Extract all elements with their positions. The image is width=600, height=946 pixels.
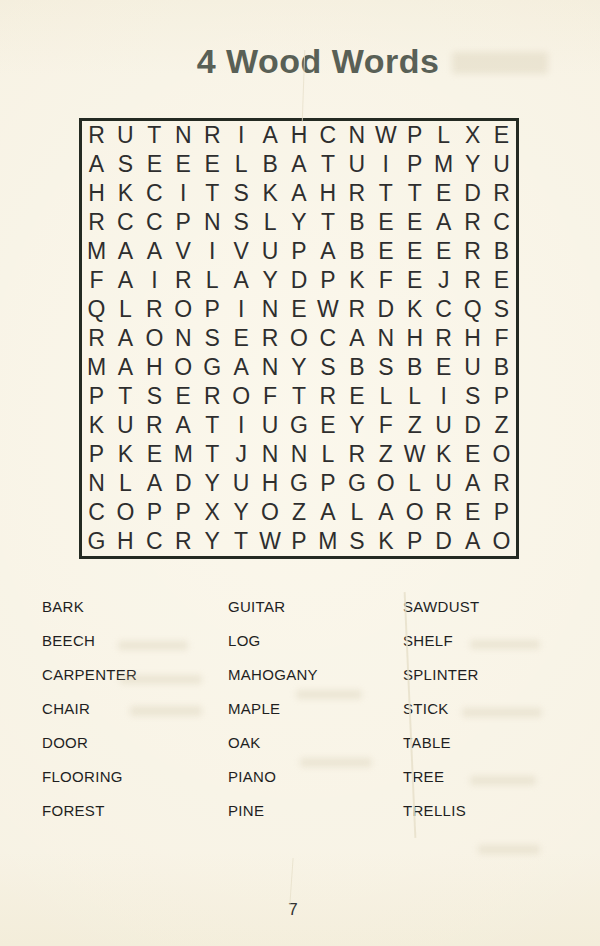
grid-cell[interactable]: Y	[256, 266, 285, 295]
grid-cell[interactable]: D	[371, 295, 400, 324]
grid-cell[interactable]: W	[256, 527, 285, 556]
grid-cell[interactable]: Z	[487, 411, 516, 440]
grid-cell[interactable]: L	[400, 469, 429, 498]
grid-cell[interactable]: E	[313, 411, 342, 440]
grid-cell[interactable]: O	[227, 382, 256, 411]
grid-cell[interactable]: S	[458, 382, 487, 411]
grid-cell[interactable]: T	[198, 411, 227, 440]
grid-cell[interactable]: C	[313, 121, 342, 150]
grid-cell[interactable]: M	[313, 527, 342, 556]
grid-cell[interactable]: T	[285, 382, 314, 411]
grid-cell[interactable]: S	[342, 527, 371, 556]
grid-cell[interactable]: O	[169, 353, 198, 382]
grid-cell[interactable]: E	[429, 179, 458, 208]
word-item: CHAIR	[42, 692, 137, 726]
grid-cell[interactable]: C	[140, 208, 169, 237]
grid-cell[interactable]: P	[198, 295, 227, 324]
grid-cell[interactable]: I	[227, 121, 256, 150]
grid-cell[interactable]: K	[342, 266, 371, 295]
grid-cell[interactable]: Y	[458, 150, 487, 179]
grid-cell[interactable]: P	[487, 498, 516, 527]
grid-cell[interactable]: C	[140, 179, 169, 208]
grid-cell[interactable]: S	[487, 295, 516, 324]
word-item: TREE	[403, 760, 480, 794]
grid-cell[interactable]: R	[458, 266, 487, 295]
grid-cell[interactable]: Y	[285, 208, 314, 237]
grid-cell[interactable]: G	[198, 353, 227, 382]
grid-cell[interactable]: R	[429, 324, 458, 353]
grid-cell[interactable]: E	[342, 382, 371, 411]
grid-cell[interactable]: R	[313, 382, 342, 411]
grid-cell[interactable]: Y	[198, 469, 227, 498]
word-list: BARKBEECHCARPENTERCHAIRDOORFLOORINGFORES…	[0, 590, 600, 838]
grid-cell[interactable]: A	[458, 527, 487, 556]
grid-cell[interactable]: P	[140, 498, 169, 527]
grid-cell[interactable]: E	[400, 266, 429, 295]
grid-cell[interactable]: O	[487, 440, 516, 469]
grid-cell[interactable]: V	[227, 237, 256, 266]
grid-cell[interactable]: R	[198, 382, 227, 411]
grid-cell[interactable]: Q	[458, 295, 487, 324]
grid-cell[interactable]: O	[400, 498, 429, 527]
grid-cell[interactable]: A	[140, 469, 169, 498]
grid-cell[interactable]: A	[140, 237, 169, 266]
grid-cell[interactable]: P	[169, 208, 198, 237]
grid-cell[interactable]: O	[140, 324, 169, 353]
grid-cell[interactable]: P	[82, 382, 111, 411]
grid-cell[interactable]: R	[82, 121, 111, 150]
grid-cell[interactable]: W	[313, 295, 342, 324]
word-item: DOOR	[42, 726, 137, 760]
grid-cell[interactable]: A	[111, 266, 140, 295]
grid-cell[interactable]: R	[342, 440, 371, 469]
grid-cell[interactable]: T	[198, 440, 227, 469]
grid-cell[interactable]: R	[429, 498, 458, 527]
grid-cell[interactable]: E	[169, 382, 198, 411]
grid-cell[interactable]: Q	[82, 295, 111, 324]
grid-cell[interactable]: K	[256, 179, 285, 208]
word-item: FLOORING	[42, 760, 137, 794]
grid-cell[interactable]: Y	[285, 353, 314, 382]
grid-cell[interactable]: E	[371, 237, 400, 266]
grid-cell[interactable]: B	[487, 237, 516, 266]
grid-cell[interactable]: H	[140, 353, 169, 382]
grid-cell[interactable]: C	[111, 208, 140, 237]
grid-cell[interactable]: T	[227, 527, 256, 556]
grid-cell[interactable]: S	[140, 382, 169, 411]
showthrough-smudge	[478, 845, 540, 854]
grid-cell[interactable]: D	[285, 266, 314, 295]
grid-cell[interactable]: S	[198, 324, 227, 353]
word-item: OAK	[228, 726, 318, 760]
grid-cell[interactable]: X	[458, 121, 487, 150]
grid-cell[interactable]: P	[82, 440, 111, 469]
word-item: SAWDUST	[403, 590, 480, 624]
grid-cell[interactable]: Y	[227, 498, 256, 527]
grid-cell[interactable]: L	[313, 440, 342, 469]
grid-cell[interactable]: L	[198, 266, 227, 295]
grid-cell[interactable]: I	[227, 295, 256, 324]
grid-cell[interactable]: H	[400, 324, 429, 353]
grid-cell[interactable]: R	[198, 121, 227, 150]
grid-cell[interactable]: M	[169, 440, 198, 469]
grid-cell[interactable]: I	[227, 411, 256, 440]
grid-cell[interactable]: I	[371, 150, 400, 179]
grid-cell[interactable]: I	[429, 382, 458, 411]
grid-cell[interactable]: B	[342, 353, 371, 382]
grid-cell[interactable]: O	[256, 498, 285, 527]
grid-cell[interactable]: F	[256, 382, 285, 411]
grid-cell[interactable]: F	[371, 411, 400, 440]
grid-cell[interactable]: L	[111, 295, 140, 324]
grid-cell[interactable]: R	[82, 324, 111, 353]
grid-cell[interactable]: L	[400, 382, 429, 411]
grid-cell[interactable]: E	[458, 440, 487, 469]
grid-cell[interactable]: P	[169, 498, 198, 527]
grid-cell[interactable]: E	[140, 440, 169, 469]
grid-cell[interactable]: A	[313, 237, 342, 266]
grid-cell[interactable]: R	[82, 208, 111, 237]
grid-cell[interactable]: H	[256, 469, 285, 498]
grid-cell[interactable]: A	[371, 498, 400, 527]
grid-cell[interactable]: K	[111, 179, 140, 208]
word-item: PINE	[228, 794, 318, 828]
grid-cell[interactable]: A	[227, 266, 256, 295]
grid-cell[interactable]: H	[82, 179, 111, 208]
grid-cell[interactable]: Y	[342, 411, 371, 440]
grid-cell[interactable]: L	[371, 382, 400, 411]
grid-cell[interactable]: O	[169, 295, 198, 324]
grid-cell[interactable]: J	[227, 440, 256, 469]
grid-cell[interactable]: P	[285, 527, 314, 556]
grid-cell[interactable]: U	[227, 469, 256, 498]
grid-cell[interactable]: A	[285, 179, 314, 208]
word-item: LOG	[228, 624, 318, 658]
grid-cell[interactable]: U	[487, 150, 516, 179]
grid-cell[interactable]: T	[400, 179, 429, 208]
word-item: CARPENTER	[42, 658, 137, 692]
grid-cell[interactable]: Y	[198, 527, 227, 556]
grid-cell[interactable]: F	[487, 324, 516, 353]
grid-cell[interactable]: A	[111, 353, 140, 382]
grid-cell[interactable]: E	[169, 150, 198, 179]
grid-cell[interactable]: W	[371, 121, 400, 150]
grid-cell[interactable]: F	[371, 266, 400, 295]
grid-cell[interactable]: B	[256, 150, 285, 179]
word-item: FOREST	[42, 794, 137, 828]
grid-cell[interactable]: R	[487, 179, 516, 208]
grid-cell[interactable]: G	[285, 469, 314, 498]
grid-cell[interactable]: K	[82, 411, 111, 440]
grid-cell[interactable]: R	[256, 324, 285, 353]
grid-cell[interactable]: R	[169, 266, 198, 295]
grid-cell[interactable]: O	[285, 324, 314, 353]
grid-cell[interactable]: E	[400, 237, 429, 266]
grid-cell[interactable]: C	[82, 498, 111, 527]
grid-cell[interactable]: W	[400, 440, 429, 469]
word-search-grid: RUTNRIAHCNWPLXEASEEELBATUIPMYUHKCITSKAHR…	[79, 118, 519, 559]
grid-cell[interactable]: O	[487, 527, 516, 556]
grid-cell[interactable]: E	[429, 353, 458, 382]
grid-cell[interactable]: P	[400, 150, 429, 179]
grid-cell[interactable]: C	[140, 527, 169, 556]
grid-cell[interactable]: P	[313, 469, 342, 498]
grid-cell[interactable]: U	[342, 150, 371, 179]
grid-cell[interactable]: E	[198, 150, 227, 179]
grid-cell[interactable]: P	[313, 266, 342, 295]
grid-cell[interactable]: E	[487, 121, 516, 150]
grid-cell[interactable]: U	[256, 411, 285, 440]
grid-cell[interactable]: D	[169, 469, 198, 498]
grid-cell[interactable]: N	[256, 353, 285, 382]
grid-cell[interactable]: N	[371, 324, 400, 353]
grid-cell[interactable]: M	[82, 353, 111, 382]
grid-cell[interactable]: C	[313, 324, 342, 353]
grid-cell[interactable]: L	[429, 121, 458, 150]
grid-cell[interactable]: N	[342, 121, 371, 150]
grid-cell[interactable]: R	[342, 179, 371, 208]
grid-cell[interactable]: Z	[371, 440, 400, 469]
grid-cell[interactable]: L	[111, 469, 140, 498]
grid-cell[interactable]: T	[313, 150, 342, 179]
grid-cell[interactable]: I	[169, 179, 198, 208]
grid-cell[interactable]: K	[371, 527, 400, 556]
grid-cell[interactable]: O	[111, 498, 140, 527]
grid-cell[interactable]: R	[458, 237, 487, 266]
grid-cell[interactable]: N	[256, 440, 285, 469]
grid-cell[interactable]: A	[458, 469, 487, 498]
paper-crease	[289, 858, 293, 904]
grid-cell[interactable]: E	[371, 208, 400, 237]
grid-cell[interactable]: G	[82, 527, 111, 556]
grid-cell[interactable]: T	[140, 121, 169, 150]
grid-cell[interactable]: N	[169, 324, 198, 353]
grid-cell[interactable]: E	[140, 150, 169, 179]
grid-cell[interactable]: R	[169, 527, 198, 556]
grid-cell[interactable]: D	[458, 411, 487, 440]
grid-cell[interactable]: R	[140, 411, 169, 440]
grid-cell[interactable]: E	[400, 208, 429, 237]
grid-cell[interactable]: H	[285, 121, 314, 150]
grid-cell[interactable]: B	[342, 237, 371, 266]
grid-cell[interactable]: U	[111, 411, 140, 440]
grid-cell[interactable]: R	[458, 208, 487, 237]
word-list-column-1: BARKBEECHCARPENTERCHAIRDOORFLOORINGFORES…	[42, 590, 137, 828]
grid-cell[interactable]: T	[198, 179, 227, 208]
grid-cell[interactable]: N	[82, 469, 111, 498]
grid-cell[interactable]: F	[82, 266, 111, 295]
word-list-column-3: SAWDUSTSHELFSPLINTERSTICKTABLETREETRELLI…	[403, 590, 480, 828]
grid-cell[interactable]: S	[227, 179, 256, 208]
word-list-column-2: GUITARLOGMAHOGANYMAPLEOAKPIANOPINE	[228, 590, 318, 828]
grid-cell[interactable]: O	[371, 469, 400, 498]
grid-cell[interactable]: L	[227, 150, 256, 179]
grid-cell[interactable]: L	[342, 498, 371, 527]
grid-cell[interactable]: P	[487, 382, 516, 411]
puzzle-title: 4 Wood Words	[18, 42, 600, 81]
grid-cell[interactable]: S	[371, 353, 400, 382]
word-item: TABLE	[403, 726, 480, 760]
word-item: GUITAR	[228, 590, 318, 624]
grid-cell[interactable]: E	[285, 295, 314, 324]
word-item: BARK	[42, 590, 137, 624]
grid-cell[interactable]: H	[313, 179, 342, 208]
grid-cell[interactable]: E	[227, 324, 256, 353]
grid-cell[interactable]: R	[140, 295, 169, 324]
grid-cell[interactable]: K	[429, 440, 458, 469]
grid-cell[interactable]: P	[400, 527, 429, 556]
grid-cell[interactable]: H	[111, 527, 140, 556]
grid-cell[interactable]: I	[198, 237, 227, 266]
grid-cell[interactable]: Z	[285, 498, 314, 527]
grid-cell[interactable]: D	[429, 527, 458, 556]
grid-cell[interactable]: N	[285, 440, 314, 469]
grid-cell[interactable]: A	[169, 411, 198, 440]
grid-cell[interactable]: U	[458, 353, 487, 382]
grid-cell[interactable]: K	[400, 295, 429, 324]
grid-cell[interactable]: G	[285, 411, 314, 440]
grid-cell[interactable]: R	[342, 295, 371, 324]
grid-cell[interactable]: A	[111, 237, 140, 266]
grid-cell[interactable]: E	[429, 237, 458, 266]
grid-cell[interactable]: S	[313, 353, 342, 382]
word-item: TRELLIS	[403, 794, 480, 828]
grid-cell[interactable]: U	[111, 121, 140, 150]
grid-cell[interactable]: A	[342, 324, 371, 353]
grid-cell[interactable]: C	[487, 208, 516, 237]
grid-cell[interactable]: A	[256, 121, 285, 150]
grid-cell[interactable]: A	[227, 353, 256, 382]
grid-cell[interactable]: I	[140, 266, 169, 295]
grid-cell[interactable]: A	[285, 150, 314, 179]
grid-cell[interactable]: C	[429, 295, 458, 324]
grid-cell[interactable]: S	[111, 150, 140, 179]
grid-cell[interactable]: T	[371, 179, 400, 208]
book-page: 4 Wood Words RUTNRIAHCNWPLXEASEEELBATUIP…	[0, 0, 600, 946]
grid-cell[interactable]: N	[256, 295, 285, 324]
grid-cell[interactable]: B	[487, 353, 516, 382]
word-item: BEECH	[42, 624, 137, 658]
grid-cell[interactable]: Z	[400, 411, 429, 440]
grid-cell[interactable]: U	[429, 411, 458, 440]
word-item: SHELF	[403, 624, 480, 658]
grid-cell[interactable]: M	[82, 237, 111, 266]
grid-cell[interactable]: D	[458, 179, 487, 208]
grid-cell[interactable]: P	[285, 237, 314, 266]
grid-cell[interactable]: L	[256, 208, 285, 237]
word-item: SPLINTER	[403, 658, 480, 692]
grid-cell[interactable]: G	[342, 469, 371, 498]
grid-cell[interactable]: A	[429, 208, 458, 237]
grid-cell[interactable]: R	[487, 469, 516, 498]
grid-cell[interactable]: U	[429, 469, 458, 498]
grid-cell[interactable]: T	[111, 382, 140, 411]
word-item: PIANO	[228, 760, 318, 794]
grid-cell[interactable]: T	[313, 208, 342, 237]
grid-cell[interactable]: N	[198, 208, 227, 237]
grid-cell[interactable]: E	[487, 266, 516, 295]
page-number: 7	[0, 900, 593, 920]
word-item: STICK	[403, 692, 480, 726]
grid-cell[interactable]: N	[169, 121, 198, 150]
grid-cell[interactable]: K	[111, 440, 140, 469]
grid-cell[interactable]: A	[82, 150, 111, 179]
grid-cell[interactable]: V	[169, 237, 198, 266]
word-item: MAHOGANY	[228, 658, 318, 692]
grid-cell[interactable]: S	[227, 208, 256, 237]
grid-cell[interactable]: A	[111, 324, 140, 353]
word-item: MAPLE	[228, 692, 318, 726]
grid-cell[interactable]: U	[256, 237, 285, 266]
grid-cell[interactable]: B	[342, 208, 371, 237]
grid-cell[interactable]: J	[429, 266, 458, 295]
grid-cell[interactable]: B	[400, 353, 429, 382]
grid-cell[interactable]: M	[429, 150, 458, 179]
grid-cell[interactable]: X	[198, 498, 227, 527]
grid-cell[interactable]: P	[400, 121, 429, 150]
grid-cell[interactable]: E	[458, 498, 487, 527]
grid-cell[interactable]: A	[313, 498, 342, 527]
grid-cell[interactable]: H	[458, 324, 487, 353]
